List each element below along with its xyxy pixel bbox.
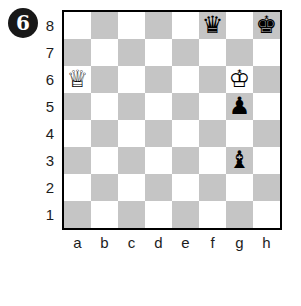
rank-label-2: 2	[34, 174, 54, 201]
square-f6	[199, 66, 226, 93]
square-f1	[199, 201, 226, 228]
square-d2	[145, 174, 172, 201]
square-b6	[91, 66, 118, 93]
square-d5	[145, 93, 172, 120]
square-f7	[199, 39, 226, 66]
piece-white-king: ♔	[229, 66, 251, 93]
square-e5	[172, 93, 199, 120]
file-label-f: f	[199, 233, 226, 253]
file-labels: abcdefgh	[64, 233, 280, 253]
square-f5	[199, 93, 226, 120]
square-c1	[118, 201, 145, 228]
square-c4	[118, 120, 145, 147]
square-a1	[64, 201, 91, 228]
square-h7	[253, 39, 280, 66]
square-a2	[64, 174, 91, 201]
square-a5	[64, 93, 91, 120]
square-a6: ♕	[64, 66, 91, 93]
square-a3	[64, 147, 91, 174]
rank-label-7: 7	[34, 39, 54, 66]
square-f8: ♛	[199, 12, 226, 39]
rank-label-5: 5	[34, 93, 54, 120]
rank-label-3: 3	[34, 147, 54, 174]
square-b1	[91, 201, 118, 228]
square-e6	[172, 66, 199, 93]
rank-label-8: 8	[34, 12, 54, 39]
rank-label-4: 4	[34, 120, 54, 147]
piece-black-king: ♚	[256, 12, 278, 39]
file-label-a: a	[64, 233, 91, 253]
piece-black-pawn: ♟	[229, 93, 251, 120]
square-h8: ♚	[253, 12, 280, 39]
piece-black-bishop: ♝	[229, 147, 251, 174]
piece-white-queen: ♕	[67, 66, 89, 93]
square-e2	[172, 174, 199, 201]
square-g8	[226, 12, 253, 39]
square-d1	[145, 201, 172, 228]
file-label-h: h	[253, 233, 280, 253]
square-e3	[172, 147, 199, 174]
square-d7	[145, 39, 172, 66]
square-g4	[226, 120, 253, 147]
file-label-b: b	[91, 233, 118, 253]
square-h2	[253, 174, 280, 201]
square-e7	[172, 39, 199, 66]
square-e8	[172, 12, 199, 39]
square-a8	[64, 12, 91, 39]
square-b3	[91, 147, 118, 174]
square-g3: ♝	[226, 147, 253, 174]
square-g7	[226, 39, 253, 66]
square-c2	[118, 174, 145, 201]
square-h4	[253, 120, 280, 147]
square-g2	[226, 174, 253, 201]
square-c6	[118, 66, 145, 93]
square-e4	[172, 120, 199, 147]
square-g6: ♔	[226, 66, 253, 93]
square-a4	[64, 120, 91, 147]
square-c5	[118, 93, 145, 120]
square-a7	[64, 39, 91, 66]
square-f2	[199, 174, 226, 201]
rank-labels: 87654321	[34, 12, 54, 228]
square-b2	[91, 174, 118, 201]
piece-black-queen: ♛	[202, 12, 224, 39]
file-label-g: g	[226, 233, 253, 253]
square-d4	[145, 120, 172, 147]
chess-board: ♛♚♕♔♟♝	[62, 10, 282, 230]
square-f4	[199, 120, 226, 147]
rank-label-1: 1	[34, 201, 54, 228]
chess-puzzle-diagram: 6 87654321 ♛♚♕♔♟♝ abcdefgh	[0, 0, 301, 306]
square-h1	[253, 201, 280, 228]
square-h5	[253, 93, 280, 120]
rank-label-6: 6	[34, 66, 54, 93]
square-c3	[118, 147, 145, 174]
file-label-c: c	[118, 233, 145, 253]
square-c8	[118, 12, 145, 39]
square-d6	[145, 66, 172, 93]
square-d3	[145, 147, 172, 174]
square-g5: ♟	[226, 93, 253, 120]
square-g1	[226, 201, 253, 228]
square-b7	[91, 39, 118, 66]
square-h3	[253, 147, 280, 174]
square-d8	[145, 12, 172, 39]
file-label-e: e	[172, 233, 199, 253]
square-b5	[91, 93, 118, 120]
square-b8	[91, 12, 118, 39]
square-b4	[91, 120, 118, 147]
square-h6	[253, 66, 280, 93]
square-f3	[199, 147, 226, 174]
file-label-d: d	[145, 233, 172, 253]
square-e1	[172, 201, 199, 228]
square-c7	[118, 39, 145, 66]
